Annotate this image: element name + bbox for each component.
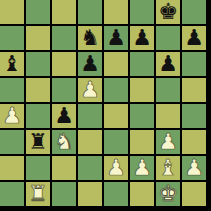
- square-e4[interactable]: [104, 104, 128, 128]
- square-f5[interactable]: [130, 78, 154, 102]
- square-e1[interactable]: [104, 182, 128, 206]
- square-g8[interactable]: ♚: [156, 0, 180, 24]
- square-d2[interactable]: [78, 156, 102, 180]
- square-a3[interactable]: [0, 130, 24, 154]
- square-f7[interactable]: ♟: [130, 26, 154, 50]
- square-g4[interactable]: [156, 104, 180, 128]
- square-a6[interactable]: ♝: [0, 52, 24, 76]
- square-c2[interactable]: [52, 156, 76, 180]
- square-e2[interactable]: ♟: [104, 156, 128, 180]
- square-h8[interactable]: [182, 0, 206, 24]
- square-b1[interactable]: ♜: [26, 182, 50, 206]
- square-a5[interactable]: [0, 78, 24, 102]
- square-g7[interactable]: [156, 26, 180, 50]
- piece-white-pawn[interactable]: ♟: [184, 156, 204, 180]
- piece-black-pawn[interactable]: ♟: [158, 52, 178, 76]
- square-g2[interactable]: ♝: [156, 156, 180, 180]
- square-g6[interactable]: ♟: [156, 52, 180, 76]
- piece-white-rook[interactable]: ♜: [28, 182, 48, 206]
- piece-white-knight[interactable]: ♞: [54, 130, 74, 154]
- chess-board-frame: ♚♞♟♟♟♝♟♟♟♟♟♜♞♟♟♟♝♟♜♚: [0, 0, 211, 211]
- square-e6[interactable]: [104, 52, 128, 76]
- square-h7[interactable]: ♟: [182, 26, 206, 50]
- square-c1[interactable]: [52, 182, 76, 206]
- square-c8[interactable]: [52, 0, 76, 24]
- square-h5[interactable]: [182, 78, 206, 102]
- square-f2[interactable]: ♟: [130, 156, 154, 180]
- square-a4[interactable]: ♟: [0, 104, 24, 128]
- piece-white-pawn[interactable]: ♟: [106, 156, 126, 180]
- square-b5[interactable]: [26, 78, 50, 102]
- square-b3[interactable]: ♜: [26, 130, 50, 154]
- chess-board: ♚♞♟♟♟♝♟♟♟♟♟♜♞♟♟♟♝♟♜♚: [0, 0, 206, 206]
- square-f4[interactable]: [130, 104, 154, 128]
- square-b7[interactable]: [26, 26, 50, 50]
- square-c3[interactable]: ♞: [52, 130, 76, 154]
- piece-black-king[interactable]: ♚: [158, 0, 178, 24]
- square-f3[interactable]: [130, 130, 154, 154]
- square-h4[interactable]: [182, 104, 206, 128]
- piece-black-knight[interactable]: ♞: [80, 26, 100, 50]
- piece-black-pawn[interactable]: ♟: [106, 26, 126, 50]
- square-f1[interactable]: [130, 182, 154, 206]
- square-f6[interactable]: [130, 52, 154, 76]
- square-c6[interactable]: [52, 52, 76, 76]
- piece-white-pawn[interactable]: ♟: [80, 78, 100, 102]
- square-d4[interactable]: [78, 104, 102, 128]
- square-c5[interactable]: [52, 78, 76, 102]
- square-a1[interactable]: [0, 182, 24, 206]
- square-e5[interactable]: [104, 78, 128, 102]
- piece-white-king[interactable]: ♚: [158, 182, 178, 206]
- piece-black-bishop[interactable]: ♝: [2, 52, 22, 76]
- square-d5[interactable]: ♟: [78, 78, 102, 102]
- piece-white-pawn[interactable]: ♟: [2, 104, 22, 128]
- square-b4[interactable]: [26, 104, 50, 128]
- square-d8[interactable]: [78, 0, 102, 24]
- piece-black-pawn[interactable]: ♟: [184, 26, 204, 50]
- square-d3[interactable]: [78, 130, 102, 154]
- piece-black-rook[interactable]: ♜: [28, 130, 48, 154]
- piece-white-bishop[interactable]: ♝: [158, 156, 178, 180]
- square-c7[interactable]: [52, 26, 76, 50]
- piece-black-pawn[interactable]: ♟: [132, 26, 152, 50]
- square-a8[interactable]: [0, 0, 24, 24]
- square-b8[interactable]: [26, 0, 50, 24]
- square-a7[interactable]: [0, 26, 24, 50]
- square-a2[interactable]: [0, 156, 24, 180]
- square-d6[interactable]: ♟: [78, 52, 102, 76]
- square-c4[interactable]: ♟: [52, 104, 76, 128]
- square-e7[interactable]: ♟: [104, 26, 128, 50]
- square-d1[interactable]: [78, 182, 102, 206]
- square-g1[interactable]: ♚: [156, 182, 180, 206]
- square-f8[interactable]: [130, 0, 154, 24]
- square-d7[interactable]: ♞: [78, 26, 102, 50]
- piece-black-pawn[interactable]: ♟: [54, 104, 74, 128]
- square-e8[interactable]: [104, 0, 128, 24]
- square-h6[interactable]: [182, 52, 206, 76]
- square-g3[interactable]: ♟: [156, 130, 180, 154]
- square-h1[interactable]: [182, 182, 206, 206]
- square-h2[interactable]: ♟: [182, 156, 206, 180]
- piece-white-pawn[interactable]: ♟: [132, 156, 152, 180]
- piece-black-pawn[interactable]: ♟: [80, 52, 100, 76]
- piece-white-pawn[interactable]: ♟: [158, 130, 178, 154]
- square-b6[interactable]: [26, 52, 50, 76]
- square-g5[interactable]: [156, 78, 180, 102]
- square-b2[interactable]: [26, 156, 50, 180]
- square-e3[interactable]: [104, 130, 128, 154]
- square-h3[interactable]: [182, 130, 206, 154]
